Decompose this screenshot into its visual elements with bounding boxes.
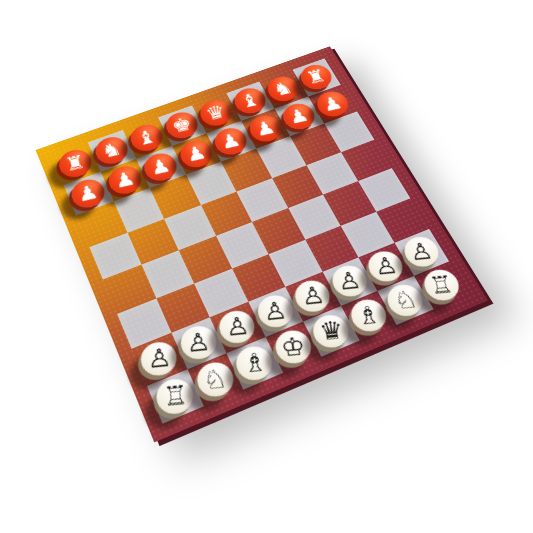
red-knight-icon: ♞: [100, 139, 124, 161]
white-pawn-icon: ♙: [336, 269, 363, 294]
white-king-icon: ♔: [279, 333, 306, 360]
red-pawn-icon: ♟: [287, 105, 312, 126]
red-pawn-icon: ♟: [148, 155, 173, 178]
red-queen-icon: ♛: [204, 102, 228, 123]
white-pawn-icon: ♙: [146, 345, 172, 372]
chess-board: ♜♞♝♚♛♝♞♜♟♟♟♟♟♟♟♟♙♙♙♙♙♙♙♙♖♘♗♔♛♗♘♖: [36, 46, 488, 442]
white-rook-icon: ♖: [162, 382, 188, 411]
red-knight-icon: ♞: [271, 79, 295, 100]
photo-background: ♜♞♝♚♛♝♞♜♟♟♟♟♟♟♟♟♙♙♙♙♙♙♙♙♖♘♗♔♛♗♘♖: [0, 0, 533, 533]
red-pawn-icon: ♟: [320, 93, 345, 114]
red-rook-icon: ♜: [64, 152, 88, 174]
white-pawn-icon: ♙: [408, 240, 435, 264]
red-pawn-icon: ♟: [76, 182, 100, 205]
red-pawn-icon: ♟: [219, 130, 244, 152]
white-bishop-icon: ♗: [355, 302, 383, 328]
board-grid: ♜♞♝♚♛♝♞♜♟♟♟♟♟♟♟♟♙♙♙♙♙♙♙♙♖♘♗♔♛♗♘♖: [51, 58, 469, 423]
white-pawn-icon: ♙: [262, 299, 288, 325]
white-queen-icon: ♛: [317, 318, 344, 345]
white-pawn-icon: ♙: [186, 329, 212, 356]
red-pawn-icon: ♟: [253, 118, 278, 140]
white-pawn-icon: ♙: [372, 254, 399, 279]
red-pawn-icon: ♟: [184, 143, 209, 165]
red-king-icon: ♚: [170, 115, 194, 136]
white-knight-icon: ♘: [391, 287, 419, 313]
red-rook-icon: ♜: [304, 67, 328, 87]
white-pawn-icon: ♙: [299, 284, 326, 310]
red-bishop-icon: ♝: [135, 127, 159, 149]
white-pawn-icon: ♙: [224, 314, 250, 341]
white-knight-icon: ♘: [202, 365, 229, 393]
white-bishop-icon: ♗: [241, 349, 268, 377]
red-bishop-icon: ♝: [238, 91, 262, 112]
white-rook-icon: ♖: [427, 272, 455, 297]
red-pawn-icon: ♟: [113, 168, 138, 191]
